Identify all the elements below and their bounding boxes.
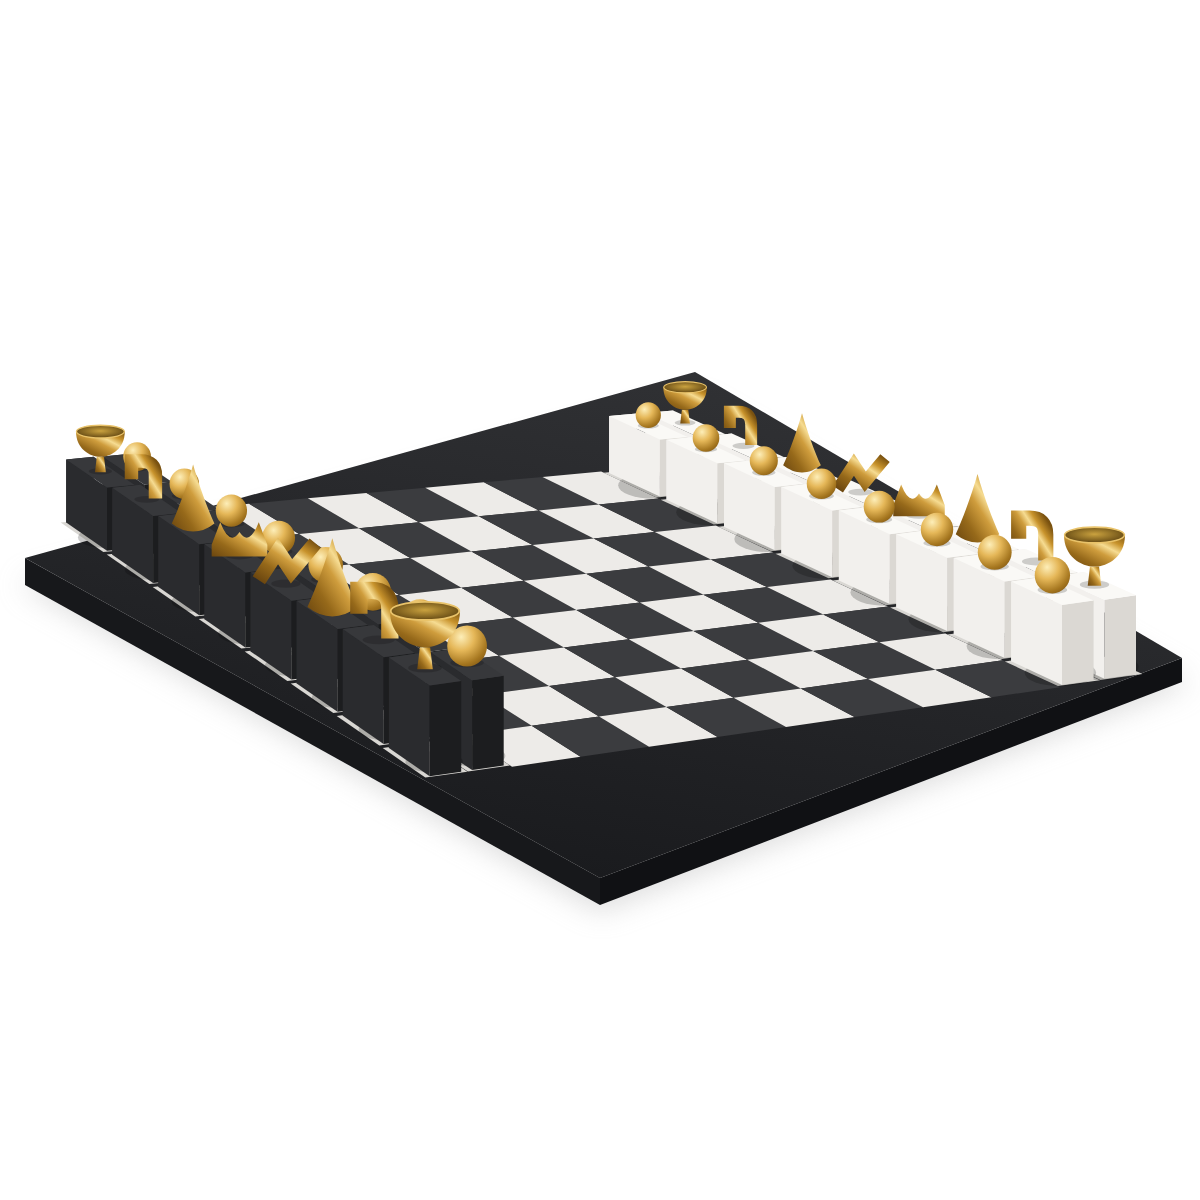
pawn-gold-finial (636, 402, 661, 428)
bishop-gold-finial (956, 474, 1000, 542)
pawn-gold-finial (978, 535, 1012, 571)
bishop-cone-icon (956, 474, 1000, 542)
rook-stem-icon (680, 410, 690, 424)
pawn-sphere-icon (978, 535, 1012, 570)
pawn-gold-finial (807, 468, 837, 499)
pawn-sphere-icon (636, 402, 661, 428)
chess-board-svg (0, 0, 1200, 1200)
king-contact-shadow (271, 580, 300, 588)
rook-bowl-rim-icon (664, 382, 707, 393)
pawn-gold-finial (750, 446, 778, 476)
cube-face-right (1105, 595, 1137, 679)
pawn-gold-finial (216, 495, 247, 528)
pawn-sphere-icon (921, 513, 953, 546)
pawn-gold-finial (1035, 557, 1070, 594)
cube-face-right (472, 676, 504, 770)
pawn-sphere-icon (693, 424, 720, 451)
pawn-sphere-icon (1035, 557, 1070, 593)
pawn-sphere-icon (216, 495, 247, 527)
piece-black-rook-h8[interactable] (389, 602, 463, 776)
queen-crown-icon (893, 484, 945, 516)
cube-face-right (1062, 601, 1094, 685)
rook-bowl-rim-icon (391, 602, 460, 620)
rook-bowl-rim-icon (76, 425, 124, 438)
pawn-gold-finial (693, 424, 720, 452)
pawn-sphere-icon (807, 468, 837, 498)
pawn-sphere-icon (750, 446, 778, 475)
rook-bowl-rim-icon (1065, 527, 1125, 543)
cube-face-right (430, 681, 462, 776)
pawn-gold-finial (864, 491, 895, 524)
pawn-gold-finial (921, 513, 953, 547)
pawn-sphere-icon (864, 491, 895, 523)
rook-stem-icon (95, 457, 106, 472)
rook-stem-icon (1088, 567, 1102, 586)
rook-stem-icon (417, 647, 433, 669)
chess-set-product-photo (0, 0, 1200, 1200)
king-contact-shadow (848, 489, 873, 496)
